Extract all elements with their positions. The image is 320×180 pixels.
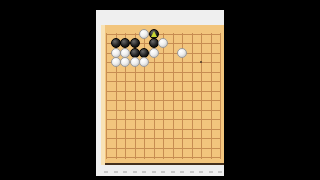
- coordinate-dash: [114, 171, 118, 173]
- board-edge-highlight: [101, 25, 105, 165]
- black-stone: [130, 38, 140, 48]
- black-stone: [130, 48, 140, 58]
- coordinate-dash: [171, 171, 175, 173]
- coordinate-dash: [161, 171, 165, 173]
- coordinate-dash: [104, 171, 108, 173]
- letterbox-left: [0, 0, 96, 180]
- white-stone: [130, 57, 140, 67]
- black-stone: [111, 38, 121, 48]
- triangle-marker-icon: [151, 31, 157, 37]
- white-stone: [177, 48, 187, 58]
- board-grid-line: [106, 100, 221, 101]
- letterbox-right: [224, 0, 320, 180]
- board-grid-line: [106, 129, 221, 130]
- white-stone: [111, 57, 121, 67]
- board-grid-line: [106, 91, 221, 92]
- board-grid-line: [106, 138, 221, 139]
- white-stone: [149, 48, 159, 58]
- coordinate-dash: [190, 171, 194, 173]
- board-grid-line: [106, 72, 221, 73]
- white-stone: [120, 48, 130, 58]
- white-stone: [139, 29, 149, 39]
- black-stone: [120, 38, 130, 48]
- board-grid-line: [106, 81, 221, 82]
- coordinate-dash: [152, 171, 156, 173]
- coordinate-dash: [123, 171, 127, 173]
- board-grid-line: [106, 148, 221, 149]
- coordinate-dash: [142, 171, 146, 173]
- go-board[interactable]: [101, 25, 224, 165]
- coordinate-dash: [218, 171, 222, 173]
- board-grid-line: [106, 34, 221, 35]
- black-stone: [149, 38, 159, 48]
- white-stone: [158, 38, 168, 48]
- video-content-area: [96, 10, 224, 176]
- white-stone: [120, 57, 130, 67]
- black-stone: [139, 48, 149, 58]
- video-frame: [0, 0, 320, 180]
- white-stone: [139, 57, 149, 67]
- board-grid-line: [106, 119, 221, 120]
- white-stone: [111, 48, 121, 58]
- coordinate-dash: [133, 171, 137, 173]
- coordinate-dash: [199, 171, 203, 173]
- coordinate-dash: [209, 171, 213, 173]
- board-grid-line: [106, 110, 221, 111]
- board-grid-line: [106, 157, 221, 158]
- coordinate-dash: [180, 171, 184, 173]
- star-point: [200, 61, 202, 63]
- marked-stone: [149, 29, 159, 39]
